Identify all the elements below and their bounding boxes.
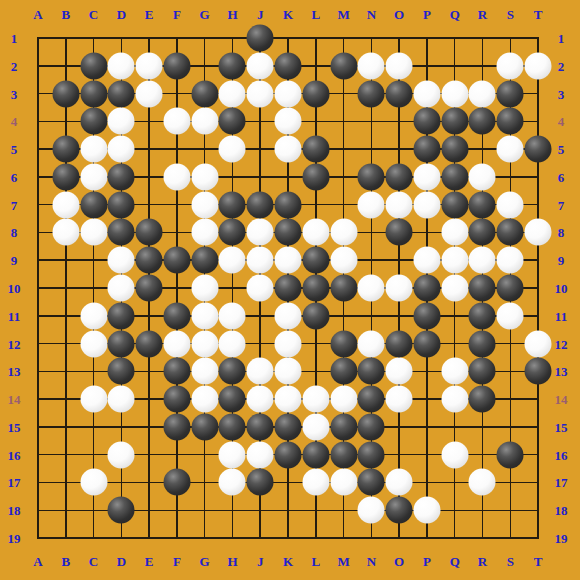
white-stone-E2 — [136, 52, 163, 79]
black-stone-F13 — [163, 358, 190, 385]
black-stone-C4 — [80, 108, 107, 135]
black-stone-H15 — [219, 413, 246, 440]
white-stone-S11 — [497, 302, 524, 329]
black-stone-N14 — [358, 386, 385, 413]
black-stone-N3 — [358, 80, 385, 107]
white-stone-Q3 — [441, 80, 468, 107]
row-label-right-19: 19 — [555, 532, 568, 545]
white-stone-F4 — [163, 108, 190, 135]
col-label-top-R: R — [478, 8, 487, 21]
white-stone-J16 — [247, 441, 274, 468]
white-stone-N10 — [358, 275, 385, 302]
col-label-bottom-A: A — [33, 555, 42, 568]
col-label-top-N: N — [367, 8, 376, 21]
col-label-top-E: E — [145, 8, 154, 21]
black-stone-J1 — [247, 25, 274, 52]
col-label-top-Q: Q — [450, 8, 460, 21]
black-stone-G15 — [191, 413, 218, 440]
white-stone-F12 — [163, 330, 190, 357]
black-stone-P4 — [413, 108, 440, 135]
white-stone-H3 — [219, 80, 246, 107]
black-stone-E10 — [136, 275, 163, 302]
white-stone-G8 — [191, 219, 218, 246]
black-stone-D6 — [108, 163, 135, 190]
white-stone-M14 — [330, 386, 357, 413]
col-label-top-G: G — [200, 8, 210, 21]
white-stone-K5 — [275, 136, 302, 163]
black-stone-L9 — [302, 247, 329, 274]
black-stone-D8 — [108, 219, 135, 246]
row-label-left-11: 11 — [8, 309, 20, 322]
black-stone-L16 — [302, 441, 329, 468]
col-label-top-A: A — [33, 8, 42, 21]
black-stone-K16 — [275, 441, 302, 468]
row-label-right-8: 8 — [558, 226, 565, 239]
white-stone-N2 — [358, 52, 385, 79]
white-stone-K9 — [275, 247, 302, 274]
white-stone-Q14 — [441, 386, 468, 413]
white-stone-G13 — [191, 358, 218, 385]
black-stone-R7 — [469, 191, 496, 218]
white-stone-J9 — [247, 247, 274, 274]
black-stone-P5 — [413, 136, 440, 163]
white-stone-G4 — [191, 108, 218, 135]
black-stone-R13 — [469, 358, 496, 385]
white-stone-G10 — [191, 275, 218, 302]
black-stone-O18 — [386, 497, 413, 524]
white-stone-F6 — [163, 163, 190, 190]
row-label-left-5: 5 — [11, 143, 18, 156]
white-stone-J13 — [247, 358, 274, 385]
black-stone-Q5 — [441, 136, 468, 163]
row-label-right-14: 14 — [555, 393, 568, 406]
row-label-right-12: 12 — [555, 337, 568, 350]
black-stone-F11 — [163, 302, 190, 329]
black-stone-F2 — [163, 52, 190, 79]
col-label-bottom-D: D — [117, 555, 126, 568]
col-label-bottom-T: T — [534, 555, 543, 568]
white-stone-R3 — [469, 80, 496, 107]
col-label-top-B: B — [61, 8, 70, 21]
black-stone-Q4 — [441, 108, 468, 135]
black-stone-F14 — [163, 386, 190, 413]
row-label-left-16: 16 — [8, 448, 21, 461]
white-stone-H16 — [219, 441, 246, 468]
black-stone-Q7 — [441, 191, 468, 218]
black-stone-H4 — [219, 108, 246, 135]
row-label-left-7: 7 — [11, 198, 18, 211]
white-stone-O13 — [386, 358, 413, 385]
black-stone-H8 — [219, 219, 246, 246]
white-stone-Q10 — [441, 275, 468, 302]
go-board: AABBCCDDEEFFGGHHJJKKLLMMNNOOPPQQRRSSTT11… — [0, 0, 580, 580]
black-stone-G3 — [191, 80, 218, 107]
white-stone-T8 — [525, 219, 552, 246]
white-stone-Q13 — [441, 358, 468, 385]
col-label-top-H: H — [227, 8, 237, 21]
white-stone-C6 — [80, 163, 107, 190]
col-label-bottom-N: N — [367, 555, 376, 568]
col-label-top-P: P — [423, 8, 431, 21]
grid-line-horizontal — [37, 482, 539, 484]
black-stone-L5 — [302, 136, 329, 163]
col-label-bottom-S: S — [507, 555, 514, 568]
black-stone-K8 — [275, 219, 302, 246]
row-label-left-6: 6 — [11, 170, 18, 183]
black-stone-O12 — [386, 330, 413, 357]
black-stone-F9 — [163, 247, 190, 274]
black-stone-Q6 — [441, 163, 468, 190]
white-stone-S2 — [497, 52, 524, 79]
black-stone-D13 — [108, 358, 135, 385]
col-label-bottom-E: E — [145, 555, 154, 568]
row-label-right-7: 7 — [558, 198, 565, 211]
black-stone-M15 — [330, 413, 357, 440]
black-stone-N15 — [358, 413, 385, 440]
white-stone-B8 — [52, 219, 79, 246]
row-label-left-12: 12 — [8, 337, 21, 350]
white-stone-C17 — [80, 469, 107, 496]
black-stone-N17 — [358, 469, 385, 496]
white-stone-D16 — [108, 441, 135, 468]
col-label-top-C: C — [89, 8, 98, 21]
black-stone-P12 — [413, 330, 440, 357]
black-stone-S4 — [497, 108, 524, 135]
black-stone-J17 — [247, 469, 274, 496]
white-stone-L17 — [302, 469, 329, 496]
col-label-bottom-Q: Q — [450, 555, 460, 568]
col-label-bottom-C: C — [89, 555, 98, 568]
black-stone-N16 — [358, 441, 385, 468]
white-stone-H11 — [219, 302, 246, 329]
white-stone-O14 — [386, 386, 413, 413]
white-stone-J8 — [247, 219, 274, 246]
black-stone-C3 — [80, 80, 107, 107]
col-label-bottom-G: G — [200, 555, 210, 568]
row-label-right-16: 16 — [555, 448, 568, 461]
white-stone-K12 — [275, 330, 302, 357]
row-label-right-6: 6 — [558, 170, 565, 183]
white-stone-J2 — [247, 52, 274, 79]
row-label-right-1: 1 — [558, 32, 565, 45]
col-label-bottom-H: H — [227, 555, 237, 568]
black-stone-S10 — [497, 275, 524, 302]
white-stone-S9 — [497, 247, 524, 274]
black-stone-H7 — [219, 191, 246, 218]
row-label-left-9: 9 — [11, 254, 18, 267]
black-stone-E12 — [136, 330, 163, 357]
grid-line-vertical — [537, 37, 539, 539]
black-stone-D18 — [108, 497, 135, 524]
black-stone-S16 — [497, 441, 524, 468]
col-label-bottom-L: L — [311, 555, 320, 568]
white-stone-S5 — [497, 136, 524, 163]
black-stone-L3 — [302, 80, 329, 107]
black-stone-B3 — [52, 80, 79, 107]
black-stone-P10 — [413, 275, 440, 302]
black-stone-T13 — [525, 358, 552, 385]
white-stone-H9 — [219, 247, 246, 274]
black-stone-H13 — [219, 358, 246, 385]
col-label-top-K: K — [283, 8, 293, 21]
grid-line-horizontal — [37, 537, 539, 539]
white-stone-M8 — [330, 219, 357, 246]
black-stone-B5 — [52, 136, 79, 163]
black-stone-F17 — [163, 469, 190, 496]
white-stone-R17 — [469, 469, 496, 496]
row-label-right-18: 18 — [555, 504, 568, 517]
white-stone-J3 — [247, 80, 274, 107]
white-stone-K3 — [275, 80, 302, 107]
row-label-left-8: 8 — [11, 226, 18, 239]
black-stone-K2 — [275, 52, 302, 79]
white-stone-G7 — [191, 191, 218, 218]
white-stone-R9 — [469, 247, 496, 274]
black-stone-F15 — [163, 413, 190, 440]
black-stone-D12 — [108, 330, 135, 357]
black-stone-R11 — [469, 302, 496, 329]
white-stone-K4 — [275, 108, 302, 135]
black-stone-D11 — [108, 302, 135, 329]
black-stone-J15 — [247, 413, 274, 440]
col-label-bottom-K: K — [283, 555, 293, 568]
black-stone-S8 — [497, 219, 524, 246]
white-stone-D14 — [108, 386, 135, 413]
black-stone-H2 — [219, 52, 246, 79]
white-stone-K11 — [275, 302, 302, 329]
black-stone-B6 — [52, 163, 79, 190]
black-stone-C7 — [80, 191, 107, 218]
black-stone-L10 — [302, 275, 329, 302]
white-stone-L15 — [302, 413, 329, 440]
black-stone-M13 — [330, 358, 357, 385]
white-stone-R6 — [469, 163, 496, 190]
white-stone-C8 — [80, 219, 107, 246]
white-stone-L8 — [302, 219, 329, 246]
col-label-top-O: O — [394, 8, 404, 21]
black-stone-T5 — [525, 136, 552, 163]
white-stone-J10 — [247, 275, 274, 302]
black-stone-M16 — [330, 441, 357, 468]
white-stone-T2 — [525, 52, 552, 79]
row-label-right-4: 4 — [558, 115, 565, 128]
col-label-bottom-J: J — [257, 555, 264, 568]
black-stone-R12 — [469, 330, 496, 357]
white-stone-G12 — [191, 330, 218, 357]
black-stone-M2 — [330, 52, 357, 79]
black-stone-K7 — [275, 191, 302, 218]
white-stone-J14 — [247, 386, 274, 413]
row-label-right-2: 2 — [558, 59, 565, 72]
white-stone-D9 — [108, 247, 135, 274]
col-label-top-L: L — [311, 8, 320, 21]
col-label-bottom-O: O — [394, 555, 404, 568]
white-stone-C5 — [80, 136, 107, 163]
col-label-bottom-R: R — [478, 555, 487, 568]
white-stone-O10 — [386, 275, 413, 302]
white-stone-S7 — [497, 191, 524, 218]
white-stone-P7 — [413, 191, 440, 218]
col-label-top-S: S — [507, 8, 514, 21]
white-stone-L14 — [302, 386, 329, 413]
black-stone-R14 — [469, 386, 496, 413]
col-label-bottom-P: P — [423, 555, 431, 568]
white-stone-Q9 — [441, 247, 468, 274]
white-stone-Q8 — [441, 219, 468, 246]
white-stone-B7 — [52, 191, 79, 218]
row-label-right-13: 13 — [555, 365, 568, 378]
row-label-left-4: 4 — [11, 115, 18, 128]
row-label-left-18: 18 — [8, 504, 21, 517]
col-label-top-J: J — [257, 8, 264, 21]
row-label-left-15: 15 — [8, 420, 21, 433]
black-stone-L6 — [302, 163, 329, 190]
black-stone-P11 — [413, 302, 440, 329]
white-stone-O17 — [386, 469, 413, 496]
white-stone-D5 — [108, 136, 135, 163]
col-label-bottom-F: F — [173, 555, 181, 568]
white-stone-O2 — [386, 52, 413, 79]
row-label-right-3: 3 — [558, 87, 565, 100]
white-stone-N7 — [358, 191, 385, 218]
white-stone-D10 — [108, 275, 135, 302]
white-stone-H17 — [219, 469, 246, 496]
col-label-top-M: M — [337, 8, 349, 21]
white-stone-G11 — [191, 302, 218, 329]
black-stone-K10 — [275, 275, 302, 302]
black-stone-D3 — [108, 80, 135, 107]
white-stone-T12 — [525, 330, 552, 357]
white-stone-H5 — [219, 136, 246, 163]
white-stone-P18 — [413, 497, 440, 524]
black-stone-M12 — [330, 330, 357, 357]
row-label-left-14: 14 — [8, 393, 21, 406]
white-stone-M17 — [330, 469, 357, 496]
col-label-bottom-M: M — [337, 555, 349, 568]
black-stone-K15 — [275, 413, 302, 440]
row-label-left-10: 10 — [8, 282, 21, 295]
black-stone-O3 — [386, 80, 413, 107]
black-stone-N6 — [358, 163, 385, 190]
white-stone-D2 — [108, 52, 135, 79]
white-stone-K13 — [275, 358, 302, 385]
white-stone-E3 — [136, 80, 163, 107]
white-stone-G6 — [191, 163, 218, 190]
white-stone-C11 — [80, 302, 107, 329]
white-stone-N12 — [358, 330, 385, 357]
row-label-left-3: 3 — [11, 87, 18, 100]
black-stone-O6 — [386, 163, 413, 190]
black-stone-R10 — [469, 275, 496, 302]
row-label-right-9: 9 — [558, 254, 565, 267]
white-stone-C14 — [80, 386, 107, 413]
row-label-right-5: 5 — [558, 143, 565, 156]
col-label-top-D: D — [117, 8, 126, 21]
black-stone-M10 — [330, 275, 357, 302]
black-stone-R4 — [469, 108, 496, 135]
white-stone-C12 — [80, 330, 107, 357]
white-stone-O7 — [386, 191, 413, 218]
row-label-right-15: 15 — [555, 420, 568, 433]
white-stone-G14 — [191, 386, 218, 413]
col-label-top-F: F — [173, 8, 181, 21]
row-label-right-17: 17 — [555, 476, 568, 489]
black-stone-D7 — [108, 191, 135, 218]
white-stone-P6 — [413, 163, 440, 190]
black-stone-R8 — [469, 219, 496, 246]
row-label-right-11: 11 — [555, 309, 567, 322]
row-label-left-1: 1 — [11, 32, 18, 45]
black-stone-O8 — [386, 219, 413, 246]
row-label-right-10: 10 — [555, 282, 568, 295]
black-stone-E9 — [136, 247, 163, 274]
col-label-bottom-B: B — [61, 555, 70, 568]
white-stone-D4 — [108, 108, 135, 135]
black-stone-S3 — [497, 80, 524, 107]
black-stone-J7 — [247, 191, 274, 218]
white-stone-K14 — [275, 386, 302, 413]
row-label-left-17: 17 — [8, 476, 21, 489]
white-stone-M9 — [330, 247, 357, 274]
row-label-left-19: 19 — [8, 532, 21, 545]
white-stone-P3 — [413, 80, 440, 107]
black-stone-N13 — [358, 358, 385, 385]
white-stone-Q16 — [441, 441, 468, 468]
black-stone-E8 — [136, 219, 163, 246]
white-stone-N18 — [358, 497, 385, 524]
col-label-top-T: T — [534, 8, 543, 21]
white-stone-H12 — [219, 330, 246, 357]
black-stone-C2 — [80, 52, 107, 79]
row-label-left-13: 13 — [8, 365, 21, 378]
black-stone-H14 — [219, 386, 246, 413]
black-stone-G9 — [191, 247, 218, 274]
black-stone-L11 — [302, 302, 329, 329]
row-label-left-2: 2 — [11, 59, 18, 72]
white-stone-P9 — [413, 247, 440, 274]
